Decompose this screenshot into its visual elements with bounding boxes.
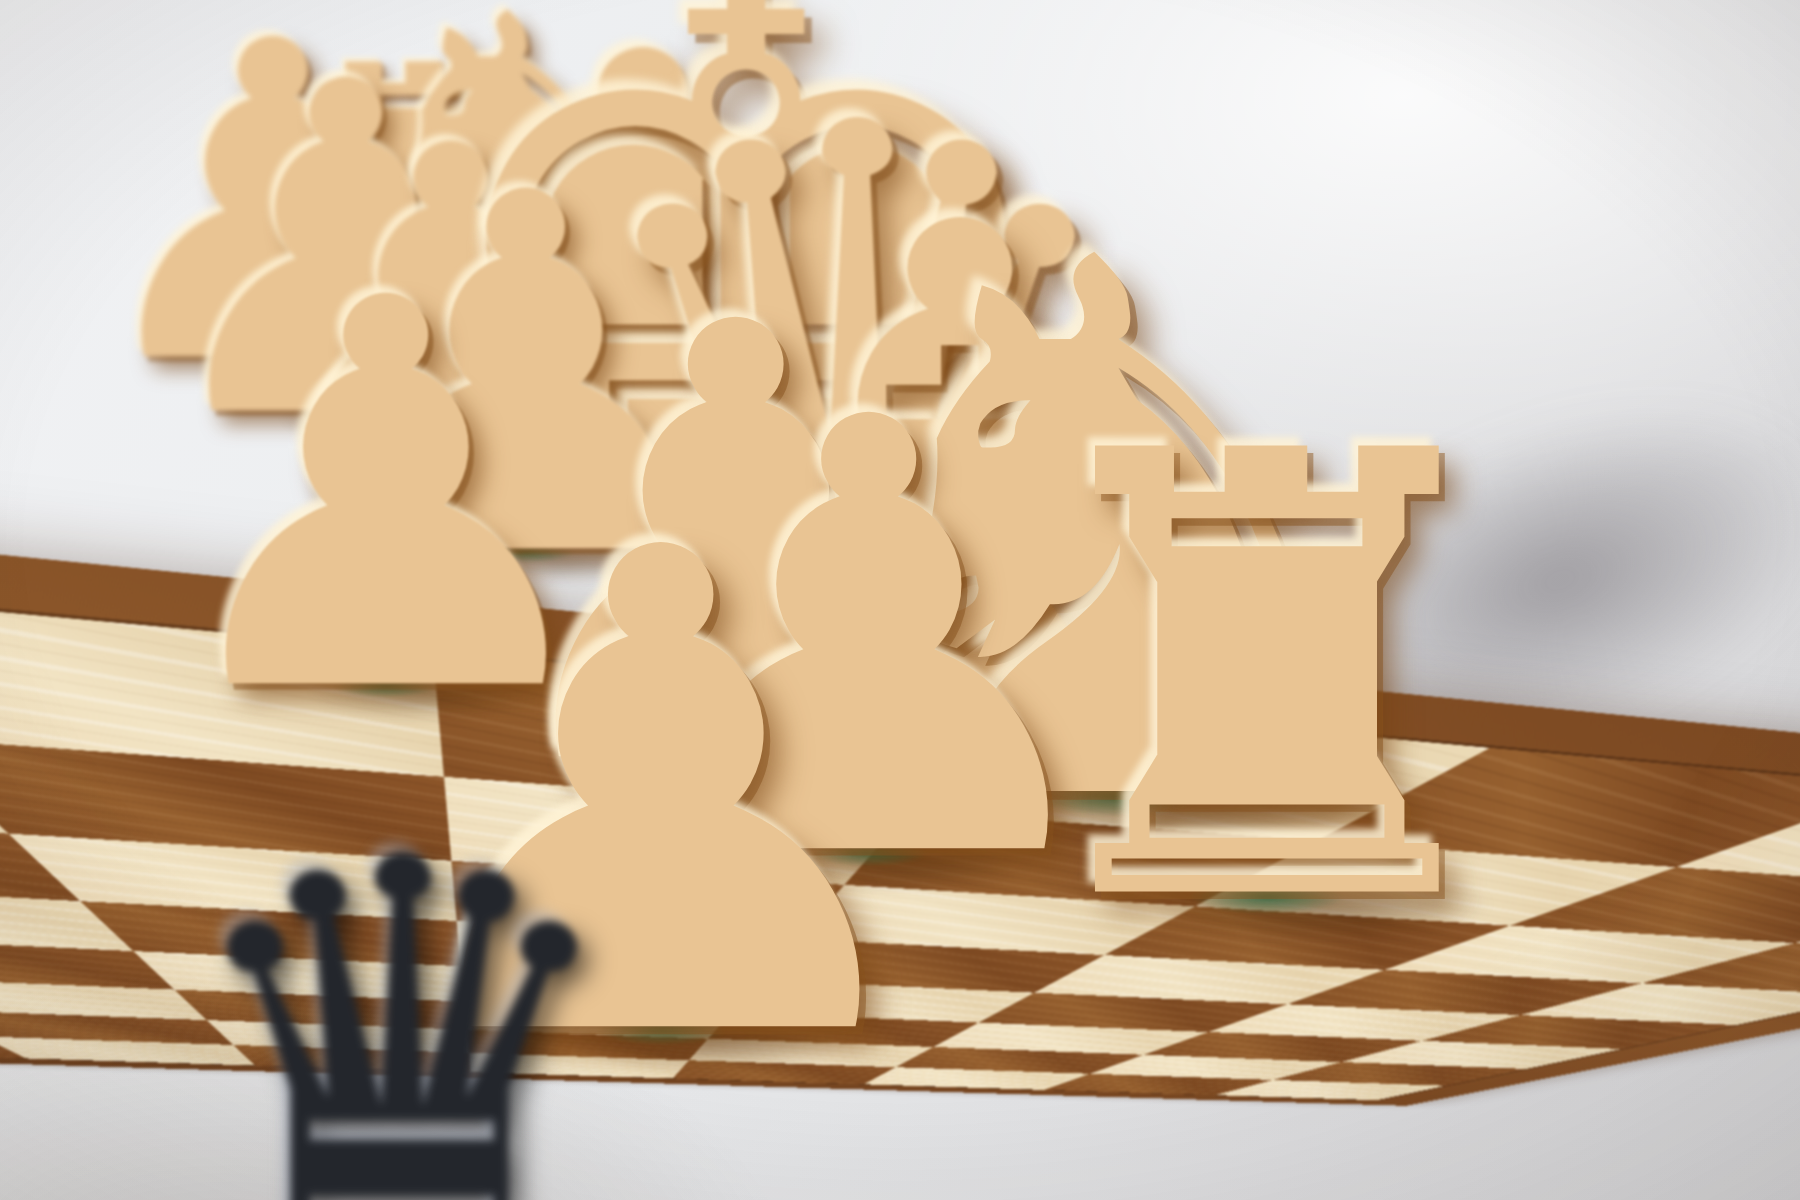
photo-scene: ♜♞♝♚♛♝♞♜♟♟♟♟♟♟♟♟♛	[0, 0, 1800, 1200]
pieces-layer: ♜♞♝♚♛♝♞♜♟♟♟♟♟♟♟♟♛	[0, 0, 1800, 1200]
piece-white-rook-a1[interactable]: ♜	[962, 375, 1573, 986]
piece-black-queen-f4[interactable]: ♛	[143, 792, 661, 1200]
